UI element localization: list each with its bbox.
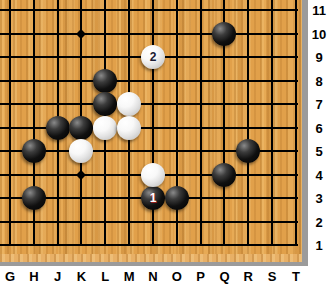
coord-label-row-4: 4 — [315, 167, 322, 182]
coord-label-col-S: S — [268, 269, 277, 284]
coord-label-row-5: 5 — [315, 144, 322, 159]
go-app-screenshot: 12GHJKLMNOPQRST1110987654321 — [0, 0, 332, 284]
stone-white-N9[interactable]: 2 — [141, 45, 165, 69]
coord-label-col-O: O — [172, 269, 182, 284]
stone-white-N4[interactable] — [141, 163, 165, 187]
stone-black-H3[interactable] — [22, 186, 46, 210]
coord-label-col-L: L — [101, 269, 109, 284]
stone-white-K5[interactable] — [69, 139, 93, 163]
stone-black-N3[interactable]: 1 — [141, 186, 165, 210]
move-number-label: 2 — [150, 51, 157, 63]
board-side-face — [0, 254, 302, 262]
coord-label-col-J: J — [54, 269, 61, 284]
coord-label-col-H: H — [29, 269, 38, 284]
coord-label-row-9: 9 — [315, 50, 322, 65]
stone-white-L6[interactable] — [93, 116, 117, 140]
coord-label-row-11: 11 — [312, 3, 326, 18]
stone-white-M7[interactable] — [117, 92, 141, 116]
stone-black-J6[interactable] — [46, 116, 70, 140]
stone-black-R5[interactable] — [236, 139, 260, 163]
coord-label-row-6: 6 — [315, 120, 322, 135]
coord-label-row-7: 7 — [315, 97, 322, 112]
coord-label-col-M: M — [124, 269, 135, 284]
stone-black-K6[interactable] — [69, 116, 93, 140]
coord-label-row-2: 2 — [315, 214, 322, 229]
coord-label-col-T: T — [292, 269, 300, 284]
stone-black-L7[interactable] — [93, 92, 117, 116]
stone-black-Q10[interactable] — [212, 22, 236, 46]
coord-label-col-G: G — [5, 269, 15, 284]
coord-label-row-3: 3 — [315, 191, 322, 206]
coord-label-col-K: K — [77, 269, 86, 284]
stone-black-O3[interactable] — [165, 186, 189, 210]
coord-label-row-8: 8 — [315, 73, 322, 88]
coord-label-col-Q: Q — [219, 269, 229, 284]
coord-label-col-R: R — [244, 269, 253, 284]
stone-black-Q4[interactable] — [212, 163, 236, 187]
stone-black-H5[interactable] — [22, 139, 46, 163]
coord-label-row-1: 1 — [315, 238, 322, 253]
stone-white-M6[interactable] — [117, 116, 141, 140]
coord-label-col-N: N — [148, 269, 157, 284]
coord-label-col-P: P — [196, 269, 205, 284]
move-number-label: 1 — [150, 192, 157, 204]
stone-black-L8[interactable] — [93, 69, 117, 93]
coord-label-row-10: 10 — [312, 26, 326, 41]
